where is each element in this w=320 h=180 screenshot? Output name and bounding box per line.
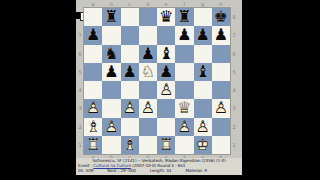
square-b3[interactable] — [102, 99, 120, 117]
piece-glyph: ♟ — [212, 26, 230, 44]
white-pawn: ♟♙ — [212, 99, 230, 117]
square-g5[interactable]: ♝ — [194, 63, 212, 81]
rank-label-2: 2 — [77, 118, 83, 136]
square-b4[interactable] — [102, 81, 120, 99]
piece-glyph: ♖ — [157, 136, 175, 154]
file-label-e: e — [157, 1, 175, 7]
piece-glyph: ♞ — [102, 45, 120, 63]
piece-glyph: ♜ — [175, 8, 193, 26]
black-king: ♚ — [212, 8, 230, 26]
rank-label-1: 1 — [231, 136, 237, 154]
piece-glyph: ♗ — [121, 136, 139, 154]
square-b8[interactable]: ♜ — [102, 8, 120, 26]
black-pawn: ♟ — [84, 26, 102, 44]
caption-panel: Sofronescu, SF (2141) -- Venkatesh, Mada… — [76, 158, 242, 175]
white-bishop: ♝♗ — [121, 136, 139, 154]
black-pawn: ♟ — [212, 26, 230, 44]
square-f7[interactable]: ♟ — [175, 26, 193, 44]
square-a6[interactable] — [84, 45, 102, 63]
chess-board[interactable]: ♜♛♜♚♟♟♟♟♞♟♝♟♟♞♘♟♝♟♙♟♙♟♙♟♙♛♕♟♙♝♗♟♙♟♙♟♙♜♖♝… — [84, 8, 230, 154]
piece-glyph: ♕ — [175, 99, 193, 117]
black-pawn: ♟ — [121, 63, 139, 81]
square-g3[interactable] — [194, 99, 212, 117]
square-f5[interactable] — [175, 63, 193, 81]
square-f4[interactable] — [175, 81, 193, 99]
black-pawn: ♟ — [157, 63, 175, 81]
square-a1[interactable]: ♜♖ — [84, 136, 102, 154]
black-knight: ♞ — [102, 45, 120, 63]
black-rook: ♜ — [175, 8, 193, 26]
piece-glyph: ♟ — [84, 26, 102, 44]
white-knight: ♞♘ — [139, 63, 157, 81]
piece-glyph: ♙ — [194, 118, 212, 136]
square-d8[interactable] — [139, 8, 157, 26]
square-d1[interactable] — [139, 136, 157, 154]
square-h1[interactable] — [212, 136, 230, 154]
black-pawn: ♟ — [194, 26, 212, 44]
square-h5[interactable] — [212, 63, 230, 81]
square-h4[interactable] — [212, 81, 230, 99]
square-d4[interactable] — [139, 81, 157, 99]
square-d7[interactable] — [139, 26, 157, 44]
square-g6[interactable] — [194, 45, 212, 63]
white-queen: ♛♕ — [175, 99, 193, 117]
piece-glyph: ♙ — [175, 118, 193, 136]
white-pawn: ♟♙ — [121, 99, 139, 117]
rank-label-6: 6 — [77, 45, 83, 63]
file-label-c: c — [121, 1, 139, 7]
square-g2[interactable]: ♟♙ — [194, 118, 212, 136]
piece-glyph: ♗ — [84, 118, 102, 136]
rank-label-1: 1 — [77, 136, 83, 154]
black-pawn: ♟ — [102, 63, 120, 81]
square-e2[interactable] — [157, 118, 175, 136]
square-e8[interactable]: ♛ — [157, 8, 175, 26]
square-c4[interactable] — [121, 81, 139, 99]
piece-glyph: ♜ — [102, 8, 120, 26]
square-e1[interactable]: ♜♖ — [157, 136, 175, 154]
square-g7[interactable]: ♟ — [194, 26, 212, 44]
piece-glyph: ♔ — [194, 136, 212, 154]
square-h2[interactable] — [212, 118, 230, 136]
square-g4[interactable] — [194, 81, 212, 99]
rank-label-4: 4 — [77, 81, 83, 99]
white-pawn: ♟♙ — [194, 118, 212, 136]
piece-glyph: ♝ — [157, 45, 175, 63]
square-a2[interactable]: ♝♗ — [84, 118, 102, 136]
square-h6[interactable] — [212, 45, 230, 63]
white-pawn: ♟♙ — [139, 99, 157, 117]
rank-label-7: 7 — [231, 26, 237, 44]
piece-glyph: ♙ — [157, 81, 175, 99]
white-rook: ♜♖ — [84, 136, 102, 154]
chess-gui: abcdefgh abcdefgh 87654321 87654321 ♜♛♜♚… — [76, 0, 242, 180]
stat-code: 05. 509 — [78, 168, 93, 173]
piece-glyph: ♟ — [121, 63, 139, 81]
white-bishop: ♝♗ — [84, 118, 102, 136]
white-king: ♚♔ — [194, 136, 212, 154]
white-pawn: ♟♙ — [84, 99, 102, 117]
square-c5[interactable]: ♟ — [121, 63, 139, 81]
black-bishop: ♝ — [194, 63, 212, 81]
square-b6[interactable]: ♞ — [102, 45, 120, 63]
piece-glyph: ♖ — [84, 136, 102, 154]
black-rook: ♜ — [102, 8, 120, 26]
piece-glyph: ♙ — [121, 99, 139, 117]
square-e6[interactable]: ♝ — [157, 45, 175, 63]
piece-glyph: ♘ — [139, 63, 157, 81]
square-g8[interactable] — [194, 8, 212, 26]
square-h3[interactable]: ♟♙ — [212, 99, 230, 117]
square-a8[interactable] — [84, 8, 102, 26]
piece-glyph: ♛ — [157, 8, 175, 26]
rank-label-7: 7 — [77, 26, 83, 44]
piece-glyph: ♟ — [194, 26, 212, 44]
rank-label-6: 6 — [231, 45, 237, 63]
piece-glyph: ♙ — [84, 99, 102, 117]
square-b5[interactable]: ♟ — [102, 63, 120, 81]
square-d5[interactable]: ♞♘ — [139, 63, 157, 81]
white-rook: ♜♖ — [157, 136, 175, 154]
square-d2[interactable] — [139, 118, 157, 136]
square-b7[interactable] — [102, 26, 120, 44]
square-a7[interactable]: ♟ — [84, 26, 102, 44]
stat-length: Length: 44 — [150, 168, 172, 173]
square-e7[interactable] — [157, 26, 175, 44]
square-d6[interactable]: ♟ — [139, 45, 157, 63]
piece-glyph: ♟ — [102, 63, 120, 81]
square-a5[interactable] — [84, 63, 102, 81]
piece-glyph: ♚ — [212, 8, 230, 26]
square-h7[interactable]: ♟ — [212, 26, 230, 44]
square-f2[interactable]: ♟♙ — [175, 118, 193, 136]
square-a3[interactable]: ♟♙ — [84, 99, 102, 117]
piece-glyph: ♙ — [139, 99, 157, 117]
square-b2[interactable]: ♟♙ — [102, 118, 120, 136]
piece-glyph: ♝ — [194, 63, 212, 81]
black-bishop: ♝ — [157, 45, 175, 63]
letterbox-bottom — [76, 175, 242, 180]
square-f6[interactable] — [175, 45, 193, 63]
white-pawn: ♟♙ — [157, 81, 175, 99]
square-d3[interactable]: ♟♙ — [139, 99, 157, 117]
piece-glyph: ♙ — [102, 118, 120, 136]
white-pawn: ♟♙ — [102, 118, 120, 136]
stat-material: Material: 9 — [185, 168, 206, 173]
rank-labels-right: 87654321 — [231, 8, 237, 154]
stat-next: Next : 29 -500 — [107, 168, 136, 173]
rank-label-3: 3 — [77, 99, 83, 117]
rank-label-8: 8 — [231, 8, 237, 26]
rank-label-5: 5 — [77, 63, 83, 81]
rank-label-5: 5 — [231, 63, 237, 81]
square-h8[interactable]: ♚ — [212, 8, 230, 26]
piece-glyph: ♙ — [212, 99, 230, 117]
square-e5[interactable]: ♟ — [157, 63, 175, 81]
video-frame: abcdefgh abcdefgh 87654321 87654321 ♜♛♜♚… — [0, 0, 320, 180]
file-label-b: b — [102, 1, 120, 7]
black-pawn: ♟ — [139, 45, 157, 63]
file-labels-top: abcdefgh — [84, 1, 230, 7]
file-label-a: a — [84, 1, 102, 7]
square-c8[interactable] — [121, 8, 139, 26]
file-label-d: d — [139, 1, 157, 7]
square-c1[interactable]: ♝♗ — [121, 136, 139, 154]
square-c6[interactable] — [121, 45, 139, 63]
square-c2[interactable] — [121, 118, 139, 136]
black-queen: ♛ — [157, 8, 175, 26]
square-g1[interactable]: ♚♔ — [194, 136, 212, 154]
file-label-g: g — [194, 1, 212, 7]
piece-glyph: ♟ — [175, 26, 193, 44]
square-c7[interactable] — [121, 26, 139, 44]
file-label-f: f — [175, 1, 193, 7]
rank-label-4: 4 — [231, 81, 237, 99]
square-f8[interactable]: ♜ — [175, 8, 193, 26]
white-pawn: ♟♙ — [175, 118, 193, 136]
square-e4[interactable]: ♟♙ — [157, 81, 175, 99]
rank-label-2: 2 — [231, 118, 237, 136]
black-pawn: ♟ — [175, 26, 193, 44]
square-f1[interactable] — [175, 136, 193, 154]
piece-glyph: ♟ — [139, 45, 157, 63]
piece-glyph: ♟ — [157, 63, 175, 81]
rank-labels-left: 87654321 — [77, 8, 83, 154]
file-label-h: h — [212, 1, 230, 7]
square-e3[interactable] — [157, 99, 175, 117]
square-a4[interactable] — [84, 81, 102, 99]
stats-line: 05. 509 Next : 29 -500 Length: 44 Materi… — [76, 168, 242, 173]
square-c3[interactable]: ♟♙ — [121, 99, 139, 117]
rank-label-3: 3 — [231, 99, 237, 117]
square-b1[interactable] — [102, 136, 120, 154]
square-f3[interactable]: ♛♕ — [175, 99, 193, 117]
